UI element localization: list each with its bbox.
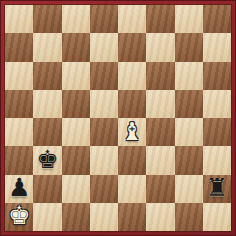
square-a4[interactable] xyxy=(5,118,33,146)
square-e5[interactable] xyxy=(118,90,146,118)
square-f1[interactable] xyxy=(146,203,174,231)
square-f7[interactable] xyxy=(146,33,174,61)
square-e3[interactable] xyxy=(118,146,146,174)
square-h2[interactable]: ♜ xyxy=(203,175,231,203)
square-e1[interactable] xyxy=(118,203,146,231)
square-b5[interactable] xyxy=(33,90,61,118)
square-d2[interactable] xyxy=(90,175,118,203)
black-pawn[interactable]: ♟ xyxy=(8,175,30,200)
square-f5[interactable] xyxy=(146,90,174,118)
square-h3[interactable] xyxy=(203,146,231,174)
square-b8[interactable] xyxy=(33,5,61,33)
square-d4[interactable] xyxy=(90,118,118,146)
square-g6[interactable] xyxy=(175,62,203,90)
square-b1[interactable] xyxy=(33,203,61,231)
square-e2[interactable] xyxy=(118,175,146,203)
square-h1[interactable] xyxy=(203,203,231,231)
square-g8[interactable] xyxy=(175,5,203,33)
square-h8[interactable] xyxy=(203,5,231,33)
black-rook[interactable]: ♜ xyxy=(206,175,228,200)
square-g4[interactable] xyxy=(175,118,203,146)
square-a3[interactable] xyxy=(5,146,33,174)
square-e8[interactable] xyxy=(118,5,146,33)
square-a7[interactable] xyxy=(5,33,33,61)
square-b6[interactable] xyxy=(33,62,61,90)
square-d1[interactable] xyxy=(90,203,118,231)
square-e4[interactable]: ♝ xyxy=(118,118,146,146)
square-d3[interactable] xyxy=(90,146,118,174)
square-c7[interactable] xyxy=(62,33,90,61)
chess-board-frame: ♝♚♟♜♚ xyxy=(0,0,236,236)
square-h6[interactable] xyxy=(203,62,231,90)
square-b4[interactable] xyxy=(33,118,61,146)
square-d5[interactable] xyxy=(90,90,118,118)
square-h5[interactable] xyxy=(203,90,231,118)
square-a2[interactable]: ♟ xyxy=(5,175,33,203)
square-a1[interactable]: ♚ xyxy=(5,203,33,231)
square-c2[interactable] xyxy=(62,175,90,203)
square-b2[interactable] xyxy=(33,175,61,203)
white-king[interactable]: ♚ xyxy=(8,203,30,228)
square-b3[interactable]: ♚ xyxy=(33,146,61,174)
square-e6[interactable] xyxy=(118,62,146,90)
square-g3[interactable] xyxy=(175,146,203,174)
square-g5[interactable] xyxy=(175,90,203,118)
square-h7[interactable] xyxy=(203,33,231,61)
black-king[interactable]: ♚ xyxy=(36,147,58,172)
square-e7[interactable] xyxy=(118,33,146,61)
square-f8[interactable] xyxy=(146,5,174,33)
square-c5[interactable] xyxy=(62,90,90,118)
square-c6[interactable] xyxy=(62,62,90,90)
square-a6[interactable] xyxy=(5,62,33,90)
chess-board: ♝♚♟♜♚ xyxy=(5,5,231,231)
square-d8[interactable] xyxy=(90,5,118,33)
square-d6[interactable] xyxy=(90,62,118,90)
square-c1[interactable] xyxy=(62,203,90,231)
square-a8[interactable] xyxy=(5,5,33,33)
white-bishop[interactable]: ♝ xyxy=(121,119,143,144)
square-f6[interactable] xyxy=(146,62,174,90)
square-c4[interactable] xyxy=(62,118,90,146)
square-f3[interactable] xyxy=(146,146,174,174)
square-g2[interactable] xyxy=(175,175,203,203)
square-g7[interactable] xyxy=(175,33,203,61)
square-g1[interactable] xyxy=(175,203,203,231)
square-f2[interactable] xyxy=(146,175,174,203)
square-c8[interactable] xyxy=(62,5,90,33)
square-d7[interactable] xyxy=(90,33,118,61)
square-f4[interactable] xyxy=(146,118,174,146)
square-c3[interactable] xyxy=(62,146,90,174)
square-b7[interactable] xyxy=(33,33,61,61)
square-h4[interactable] xyxy=(203,118,231,146)
square-a5[interactable] xyxy=(5,90,33,118)
